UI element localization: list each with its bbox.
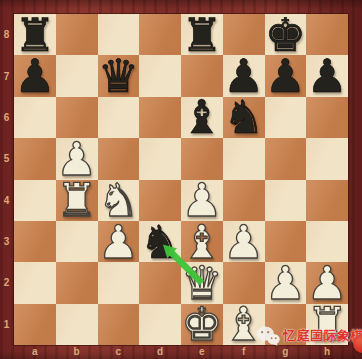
rank-label-2: 2 — [0, 262, 13, 303]
piece-white-pawn-f3[interactable]: ♟ — [223, 221, 265, 262]
piece-black-knight-d3[interactable]: ♞ — [139, 221, 181, 262]
file-label-e: e — [181, 345, 223, 359]
square-d7[interactable] — [139, 55, 181, 96]
file-label-b: b — [56, 345, 98, 359]
rank-label-6: 6 — [0, 97, 13, 138]
file-label-g: g — [265, 345, 307, 359]
piece-black-knight-f6[interactable]: ♞ — [223, 97, 265, 138]
square-g4[interactable] — [265, 180, 307, 221]
square-f5[interactable] — [223, 138, 265, 179]
rank-label-7: 7 — [0, 55, 13, 96]
square-a1[interactable] — [14, 304, 56, 345]
file-label-d: d — [139, 345, 181, 359]
piece-black-queen-c7[interactable]: ♛ — [98, 55, 140, 96]
square-a5[interactable] — [14, 138, 56, 179]
piece-black-rook-e8[interactable]: ♜ — [181, 14, 223, 55]
file-label-f: f — [223, 345, 265, 359]
piece-white-bishop-f1[interactable]: ♝ — [223, 304, 265, 345]
piece-black-bishop-e6[interactable]: ♝ — [181, 97, 223, 138]
rank-label-3: 3 — [0, 221, 13, 262]
square-d1[interactable] — [139, 304, 181, 345]
rank-label-5: 5 — [0, 138, 13, 179]
square-b3[interactable] — [56, 221, 98, 262]
piece-black-pawn-h7[interactable]: ♟ — [306, 55, 348, 96]
square-h4[interactable] — [306, 180, 348, 221]
square-a2[interactable] — [14, 262, 56, 303]
square-g5[interactable] — [265, 138, 307, 179]
square-d5[interactable] — [139, 138, 181, 179]
square-b2[interactable] — [56, 262, 98, 303]
piece-white-pawn-g2[interactable]: ♟ — [265, 262, 307, 303]
chess-diagram: ♜♜♚♟♛♟♟♟♝♞♟♜♞♟♟♞♝♟♛♟♟♚♝♜ 87654321abcdefg… — [0, 0, 362, 359]
piece-white-rook-h1[interactable]: ♜ — [306, 304, 348, 345]
piece-white-rook-b4[interactable]: ♜ — [56, 180, 98, 221]
file-label-h: h — [306, 345, 348, 359]
square-d8[interactable] — [139, 14, 181, 55]
piece-black-pawn-a7[interactable]: ♟ — [14, 55, 56, 96]
logo-red-circle — [353, 334, 362, 353]
square-a3[interactable] — [14, 221, 56, 262]
piece-white-king-e1[interactable]: ♚ — [181, 304, 223, 345]
piece-white-pawn-c3[interactable]: ♟ — [98, 221, 140, 262]
square-h5[interactable] — [306, 138, 348, 179]
square-a4[interactable] — [14, 180, 56, 221]
square-b7[interactable] — [56, 55, 98, 96]
square-d6[interactable] — [139, 97, 181, 138]
square-b1[interactable] — [56, 304, 98, 345]
square-c1[interactable] — [98, 304, 140, 345]
file-label-c: c — [98, 345, 140, 359]
square-b8[interactable] — [56, 14, 98, 55]
rank-label-1: 1 — [0, 304, 13, 345]
rank-label-8: 8 — [0, 14, 13, 55]
rank-label-4: 4 — [0, 180, 13, 221]
file-label-a: a — [14, 345, 56, 359]
piece-black-pawn-g7[interactable]: ♟ — [265, 55, 307, 96]
